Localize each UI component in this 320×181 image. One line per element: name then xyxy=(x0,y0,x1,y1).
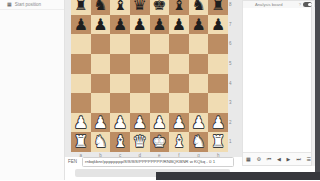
square-e5[interactable] xyxy=(150,54,170,74)
square-h7[interactable]: ♟ xyxy=(208,15,228,35)
black-pawn-piece[interactable]: ♟ xyxy=(130,15,150,35)
rank-label-4: 4 xyxy=(229,74,237,94)
white-rook-piece[interactable]: ♜ xyxy=(208,132,228,152)
rank-label-8: 8 xyxy=(229,0,237,15)
sidebar-item-label: Start position xyxy=(15,2,41,7)
rank-coordinates: 87654321 xyxy=(229,0,237,152)
square-a6[interactable] xyxy=(71,34,91,54)
white-rook-piece[interactable]: ♜ xyxy=(71,132,91,152)
white-knight-piece[interactable]: ♞ xyxy=(91,132,111,152)
white-knight-piece[interactable]: ♞ xyxy=(189,132,209,152)
white-pawn-piece[interactable]: ♟ xyxy=(130,113,150,133)
white-pawn-piece[interactable]: ♟ xyxy=(91,113,111,133)
white-bishop-piece[interactable]: ♝ xyxy=(110,132,130,152)
black-king-piece[interactable]: ♚ xyxy=(150,0,170,15)
square-b5[interactable] xyxy=(91,54,111,74)
square-b6[interactable] xyxy=(91,34,111,54)
square-d8[interactable]: ♛ xyxy=(130,0,150,15)
square-a8[interactable]: ♜ xyxy=(71,0,91,15)
square-c8[interactable]: ♝ xyxy=(110,0,130,15)
analysis-panel: Analysis board ? ▦⚙⏮◀▶⏭☰ xyxy=(242,0,315,166)
black-pawn-piece[interactable]: ♟ xyxy=(110,15,130,35)
white-bishop-piece[interactable]: ♝ xyxy=(169,132,189,152)
square-f5[interactable] xyxy=(169,54,189,74)
square-h2[interactable]: ♟ xyxy=(208,113,228,133)
square-b2[interactable]: ♟ xyxy=(91,113,111,133)
square-f3[interactable] xyxy=(169,93,189,113)
toggle-knob xyxy=(308,3,312,7)
square-e8[interactable]: ♚ xyxy=(150,0,170,15)
square-c1[interactable]: ♝ xyxy=(110,132,130,152)
square-h4[interactable] xyxy=(208,74,228,94)
fen-label: FEN xyxy=(68,159,77,164)
analysis-panel-title: Analysis board xyxy=(255,2,282,7)
square-g4[interactable] xyxy=(189,74,209,94)
window-edge-right xyxy=(315,0,320,180)
black-rook-piece[interactable]: ♜ xyxy=(208,0,228,15)
square-b1[interactable]: ♞ xyxy=(91,132,111,152)
square-a7[interactable]: ♟ xyxy=(71,15,91,35)
rank-label-7: 7 xyxy=(229,15,237,35)
square-e4[interactable] xyxy=(150,74,170,94)
square-a5[interactable] xyxy=(71,54,91,74)
square-d6[interactable] xyxy=(130,34,150,54)
square-c2[interactable]: ♟ xyxy=(110,113,130,133)
white-pawn-piece[interactable]: ♟ xyxy=(110,113,130,133)
square-h3[interactable] xyxy=(208,93,228,113)
square-g5[interactable] xyxy=(189,54,209,74)
black-pawn-piece[interactable]: ♟ xyxy=(91,15,111,35)
left-sidebar: ▦ Start position xyxy=(0,0,65,180)
square-e3[interactable] xyxy=(150,93,170,113)
first-move-icon[interactable]: ⏮ xyxy=(267,156,272,162)
black-knight-piece[interactable]: ♞ xyxy=(91,0,111,15)
square-f6[interactable] xyxy=(169,34,189,54)
square-g7[interactable]: ♟ xyxy=(189,15,209,35)
white-pawn-piece[interactable]: ♟ xyxy=(150,113,170,133)
white-pawn-piece[interactable]: ♟ xyxy=(169,113,189,133)
white-pawn-piece[interactable]: ♟ xyxy=(71,113,91,133)
square-a1[interactable]: ♜ xyxy=(71,132,91,152)
square-e6[interactable] xyxy=(150,34,170,54)
prev-move-icon[interactable]: ◀ xyxy=(277,156,281,162)
square-g8[interactable]: ♞ xyxy=(189,0,209,15)
sidebar-item-start-position[interactable]: ▦ Start position xyxy=(0,0,64,10)
black-rook-piece[interactable]: ♜ xyxy=(71,0,91,15)
black-bishop-piece[interactable]: ♝ xyxy=(110,0,130,15)
chess-board[interactable]: ♜♞♝♛♚♝♞♜♟♟♟♟♟♟♟♟♟♟♟♟♟♟♟♟♜♞♝♛♚♝♞♜ xyxy=(71,0,228,152)
square-c4[interactable] xyxy=(110,74,130,94)
square-c3[interactable] xyxy=(110,93,130,113)
move-controls: ▦⚙⏮◀▶⏭☰ xyxy=(243,152,314,165)
help-icon[interactable]: ? xyxy=(299,2,301,7)
square-h1[interactable]: ♜ xyxy=(208,132,228,152)
square-h8[interactable]: ♜ xyxy=(208,0,228,15)
square-g3[interactable] xyxy=(189,93,209,113)
square-e2[interactable]: ♟ xyxy=(150,113,170,133)
square-e7[interactable]: ♟ xyxy=(150,15,170,35)
rank-label-3: 3 xyxy=(229,93,237,113)
rank-label-2: 2 xyxy=(229,113,237,133)
white-queen-piece[interactable]: ♛ xyxy=(130,132,150,152)
black-queen-piece[interactable]: ♛ xyxy=(130,0,150,15)
rank-label-1: 1 xyxy=(229,132,237,152)
black-bishop-piece[interactable]: ♝ xyxy=(169,0,189,15)
settings-icon[interactable]: ⚙ xyxy=(256,156,260,162)
white-king-piece[interactable]: ♚ xyxy=(150,132,170,152)
square-h6[interactable] xyxy=(208,34,228,54)
square-d2[interactable]: ♟ xyxy=(130,113,150,133)
square-c6[interactable] xyxy=(110,34,130,54)
next-move-icon[interactable]: ▶ xyxy=(287,156,291,162)
square-a3[interactable] xyxy=(71,93,91,113)
black-pawn-piece[interactable]: ♟ xyxy=(189,15,209,35)
square-e1[interactable]: ♚ xyxy=(150,132,170,152)
rank-label-6: 6 xyxy=(229,34,237,54)
black-knight-piece[interactable]: ♞ xyxy=(189,0,209,15)
board-icon: ▦ xyxy=(7,2,12,7)
square-f7[interactable]: ♟ xyxy=(169,15,189,35)
square-b3[interactable] xyxy=(91,93,111,113)
square-b4[interactable] xyxy=(91,74,111,94)
square-b8[interactable]: ♞ xyxy=(91,0,111,15)
square-b7[interactable]: ♟ xyxy=(91,15,111,35)
square-g6[interactable] xyxy=(189,34,209,54)
black-pawn-piece[interactable]: ♟ xyxy=(169,15,189,35)
square-f8[interactable]: ♝ xyxy=(169,0,189,15)
square-g1[interactable]: ♞ xyxy=(189,132,209,152)
square-h5[interactable] xyxy=(208,54,228,74)
square-d5[interactable] xyxy=(130,54,150,74)
move-list xyxy=(243,8,314,152)
square-f4[interactable] xyxy=(169,74,189,94)
square-g2[interactable]: ♟ xyxy=(189,113,209,133)
rank-label-5: 5 xyxy=(229,54,237,74)
square-a4[interactable] xyxy=(71,74,91,94)
square-f1[interactable]: ♝ xyxy=(169,132,189,152)
black-pawn-piece[interactable]: ♟ xyxy=(150,15,170,35)
flip-board-icon[interactable]: ▦ xyxy=(246,156,251,162)
square-f2[interactable]: ♟ xyxy=(169,113,189,133)
fen-input[interactable]: rnbqkbnr/pppppppp/8/8/8/8/PPPPPPPP/RNBQK… xyxy=(82,157,234,167)
square-a2[interactable]: ♟ xyxy=(71,113,91,133)
black-pawn-piece[interactable]: ♟ xyxy=(208,15,228,35)
engine-toggle[interactable] xyxy=(303,2,312,7)
square-c5[interactable] xyxy=(110,54,130,74)
square-d3[interactable] xyxy=(130,93,150,113)
white-pawn-piece[interactable]: ♟ xyxy=(189,113,209,133)
white-pawn-piece[interactable]: ♟ xyxy=(208,113,228,133)
black-pawn-piece[interactable]: ♟ xyxy=(71,15,91,35)
square-d7[interactable]: ♟ xyxy=(130,15,150,35)
last-move-icon[interactable]: ⏭ xyxy=(296,156,301,162)
square-d1[interactable]: ♛ xyxy=(130,132,150,152)
window-edge-bottom xyxy=(156,172,320,181)
square-c7[interactable]: ♟ xyxy=(110,15,130,35)
square-d4[interactable] xyxy=(130,74,150,94)
